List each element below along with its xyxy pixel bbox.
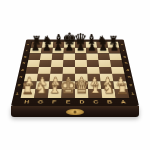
chess-set-photo: 8 7 6 5 4 3 2 1 ♜♞♝♚♛♝♞♜♟♟♟♟♟♟♟♟♟♟♟♟♟♟♟♟… [0, 0, 150, 150]
board-square[interactable] [52, 54, 64, 60]
rank-label: 1 [13, 92, 20, 96]
piece-white-knight[interactable]: ♞ [102, 82, 115, 96]
file-label: B [102, 100, 116, 104]
rank-label: 8 [119, 43, 125, 45]
board-square[interactable] [75, 67, 87, 74]
file-label: F [47, 100, 61, 104]
board-square[interactable] [87, 60, 99, 67]
chess-board: 8 7 6 5 4 3 2 1 ♜♞♝♚♛♝♞♜♟♟♟♟♟♟♟♟♟♟♟♟♟♟♟♟… [11, 40, 139, 106]
case-front-edge [11, 106, 139, 117]
piece-black-pawn[interactable]: ♟ [54, 42, 63, 52]
board-square[interactable] [98, 60, 111, 67]
board-square[interactable]: ♞ [101, 89, 115, 98]
rank-label: 4 [124, 69, 131, 72]
rank-label: 3 [126, 76, 133, 79]
board-square[interactable] [75, 60, 87, 67]
board-square[interactable]: ♛ [75, 89, 89, 98]
piece-white-knight[interactable]: ♞ [35, 82, 48, 96]
board-scene: 8 7 6 5 4 3 2 1 ♜♞♝♚♛♝♞♜♟♟♟♟♟♟♟♟♟♟♟♟♟♟♟♟… [11, 0, 139, 106]
board-square[interactable] [63, 60, 75, 67]
piece-white-bishop[interactable]: ♝ [48, 80, 62, 96]
piece-black-pawn[interactable]: ♟ [99, 42, 108, 52]
piece-black-pawn[interactable]: ♟ [31, 42, 40, 52]
board-square[interactable] [109, 54, 122, 60]
file-label: C [89, 100, 103, 104]
rank-label: 6 [122, 55, 128, 58]
brass-clasp-icon [66, 109, 84, 115]
board-square[interactable] [99, 67, 112, 74]
board-square[interactable] [39, 60, 52, 67]
file-label: A [116, 100, 131, 104]
piece-black-pawn[interactable]: ♟ [65, 42, 74, 52]
board-square[interactable] [28, 54, 41, 60]
piece-white-rook[interactable]: ♜ [116, 82, 129, 96]
rank-label: 5 [21, 62, 28, 65]
piece-black-pawn[interactable]: ♟ [42, 42, 51, 52]
piece-white-rook[interactable]: ♜ [21, 82, 34, 96]
board-square[interactable] [87, 67, 100, 74]
rank-label: 6 [22, 55, 28, 58]
piece-black-pawn[interactable]: ♟ [76, 42, 85, 52]
file-label: G [33, 100, 47, 104]
board-square[interactable] [63, 67, 75, 74]
file-labels: H G F E D C B A [19, 98, 131, 105]
file-label: H [19, 100, 34, 104]
piece-white-bishop[interactable]: ♝ [88, 80, 102, 96]
board-square[interactable] [40, 54, 52, 60]
rank-label: 1 [129, 92, 136, 96]
board-square[interactable] [50, 67, 63, 74]
board-square[interactable] [110, 60, 123, 67]
board-square[interactable] [51, 60, 63, 67]
board-square[interactable]: ♞ [34, 89, 48, 98]
board-square[interactable]: ♝ [48, 89, 62, 98]
rank-label: 8 [25, 43, 31, 45]
piece-black-pawn[interactable]: ♟ [87, 42, 96, 52]
board-square[interactable]: ♝ [88, 89, 102, 98]
rank-label: 7 [120, 49, 126, 51]
board-grid: ♜♞♝♚♛♝♞♜♟♟♟♟♟♟♟♟♟♟♟♟♟♟♟♟♜♞♝♚♛♝♞♜ [21, 42, 130, 98]
board-square[interactable] [98, 54, 110, 60]
board-square[interactable] [38, 67, 51, 74]
piece-black-pawn[interactable]: ♟ [110, 42, 119, 52]
rank-label: 5 [123, 62, 130, 65]
rank-label: 7 [24, 49, 30, 51]
file-label: E [61, 100, 75, 104]
file-label: D [75, 100, 89, 104]
board-square[interactable] [75, 54, 87, 60]
board-square[interactable] [86, 54, 98, 60]
board-square[interactable]: ♜ [114, 89, 129, 98]
board-square[interactable] [63, 54, 75, 60]
rank-label: 4 [19, 69, 26, 72]
board-square[interactable] [111, 67, 124, 74]
